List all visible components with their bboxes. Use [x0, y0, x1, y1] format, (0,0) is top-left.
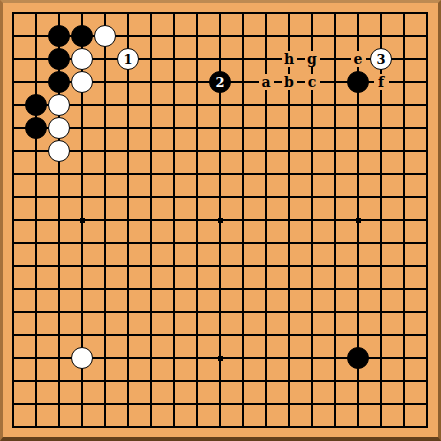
white-stone-C15 [48, 94, 70, 116]
label-b: b [282, 74, 297, 90]
move-number: 2 [215, 76, 224, 89]
label-f: f [374, 74, 389, 90]
label-e: e [351, 51, 366, 67]
move-3-stone: 3 [370, 48, 392, 70]
white-stone-C13 [48, 140, 70, 162]
move-2-stone: 2 [209, 71, 231, 93]
white-stone-D17 [71, 48, 93, 70]
move-number: 3 [376, 53, 385, 66]
label-g: g [305, 51, 320, 67]
white-stone-E18 [94, 25, 116, 47]
label-h: h [282, 51, 297, 67]
black-stone-C16 [48, 71, 70, 93]
black-stone-C17 [48, 48, 70, 70]
white-stone-D16 [71, 71, 93, 93]
white-stone-D4 [71, 347, 93, 369]
black-stone-C18 [48, 25, 70, 47]
black-stone-B15 [25, 94, 47, 116]
move-1-stone: 1 [117, 48, 139, 70]
white-stone-C14 [48, 117, 70, 139]
move-number: 1 [123, 53, 132, 66]
label-a: a [259, 74, 274, 90]
black-stone-Q4 [347, 347, 369, 369]
label-c: c [305, 74, 320, 90]
black-stone-Q16 [347, 71, 369, 93]
black-stone-D18 [71, 25, 93, 47]
black-stone-B14 [25, 117, 47, 139]
stones-layer: 213abcefgh [2, 2, 439, 439]
go-board: 213abcefgh [0, 0, 441, 441]
